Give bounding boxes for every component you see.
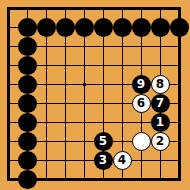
black-stone bbox=[18, 75, 37, 94]
black-stone-move-9: 9 bbox=[132, 75, 151, 94]
black-stone bbox=[18, 170, 37, 189]
white-stone-move-2: 2 bbox=[151, 132, 170, 151]
black-stone bbox=[94, 18, 113, 37]
black-stone bbox=[132, 18, 151, 37]
move-number-label: 8 bbox=[156, 78, 164, 90]
white-stone-move-6: 6 bbox=[132, 94, 151, 113]
black-stone bbox=[56, 18, 75, 37]
black-stone-move-5: 5 bbox=[94, 132, 113, 151]
white-stone-move-4: 4 bbox=[113, 151, 132, 170]
black-stone bbox=[18, 94, 37, 113]
black-stone bbox=[151, 18, 170, 37]
move-number-label: 7 bbox=[156, 97, 164, 109]
black-stone bbox=[113, 18, 132, 37]
black-stone bbox=[75, 18, 94, 37]
stones-layer: 986715234 bbox=[0, 0, 189, 189]
black-stone bbox=[18, 151, 37, 170]
black-stone bbox=[18, 113, 37, 132]
black-stone bbox=[18, 18, 37, 37]
black-stone bbox=[18, 56, 37, 75]
go-board[interactable]: 986715234 bbox=[0, 0, 190, 190]
black-stone bbox=[18, 132, 37, 151]
black-stone-move-3: 3 bbox=[94, 151, 113, 170]
white-stone bbox=[132, 132, 151, 151]
black-stone-move-7: 7 bbox=[151, 94, 170, 113]
move-number-label: 6 bbox=[137, 97, 145, 109]
move-number-label: 3 bbox=[99, 154, 107, 166]
move-number-label: 9 bbox=[137, 78, 145, 90]
black-stone bbox=[170, 18, 189, 37]
black-stone-move-1: 1 bbox=[151, 113, 170, 132]
move-number-label: 5 bbox=[99, 135, 107, 147]
move-number-label: 2 bbox=[156, 135, 164, 147]
white-stone-move-8: 8 bbox=[151, 75, 170, 94]
move-number-label: 1 bbox=[156, 116, 164, 128]
move-number-label: 4 bbox=[118, 154, 126, 166]
black-stone bbox=[18, 37, 37, 56]
black-stone bbox=[37, 18, 56, 37]
